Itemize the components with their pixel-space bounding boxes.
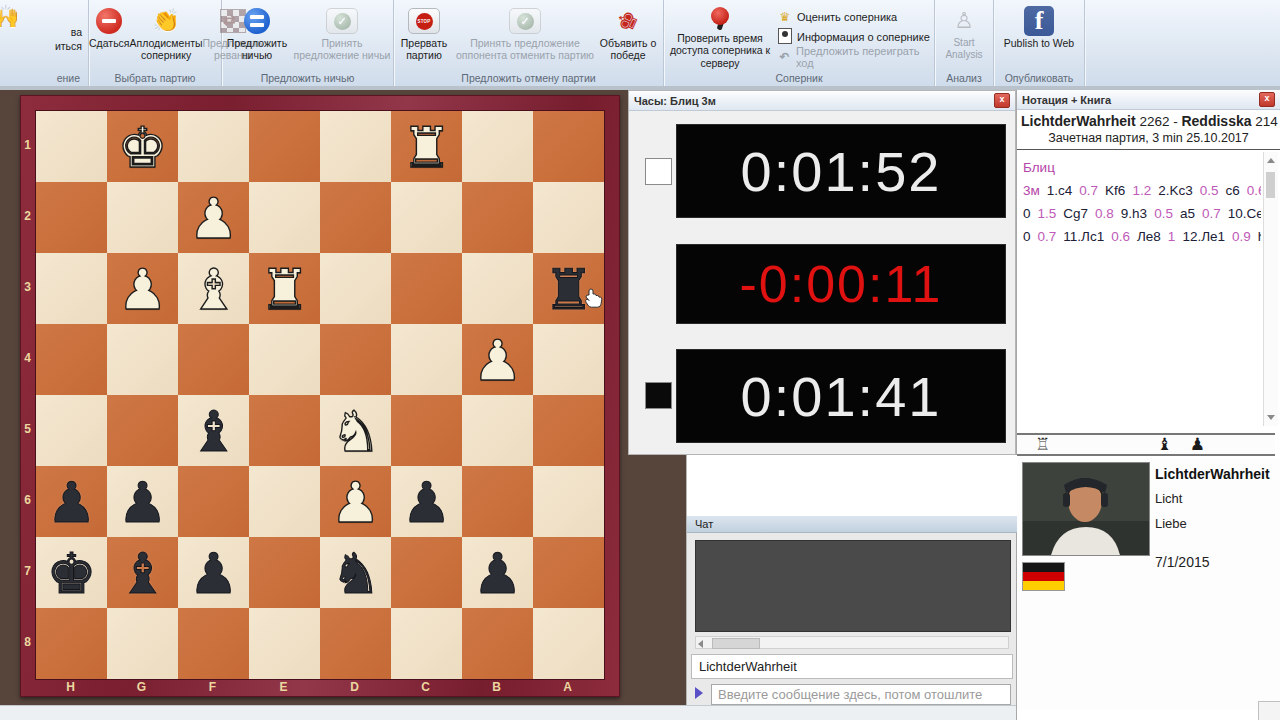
file-label-C: C	[390, 678, 461, 697]
clock-window-header: Часы: Блиц 3м x	[629, 91, 1015, 111]
undo-icon: ↶	[776, 50, 793, 64]
event-line: Зачетная партия, 3 min 25.10.2017	[1017, 129, 1280, 150]
player-last-name: Liebe	[1155, 516, 1187, 531]
square-d4[interactable]	[320, 324, 391, 395]
square-e6[interactable]	[249, 466, 320, 537]
move-time: 0.7	[1202, 206, 1221, 221]
ribbon-group-clipped: 🙌 ва иться ение	[0, 0, 89, 86]
move[interactable]: 9.h3	[1121, 206, 1147, 221]
check-opponent-time-button[interactable]: Проверить время доступа соперника к серв…	[664, 0, 776, 69]
move-time: 0.5	[1200, 183, 1219, 198]
ribbon-group-opponent: Проверить время доступа соперника к серв…	[664, 0, 935, 86]
square-c6[interactable]: ♟	[391, 466, 462, 537]
square-g6[interactable]: ♟	[107, 466, 178, 537]
accept-abort-icon: ✓	[509, 5, 541, 37]
rate-opponent-icon: ♛	[776, 10, 794, 24]
piece-bP-h6[interactable]: ♟	[36, 466, 107, 537]
replay-move-label: Предложить переиграть ход	[796, 45, 932, 69]
move-time: 0.9	[1232, 229, 1251, 244]
square-e8[interactable]	[249, 608, 320, 679]
clipped-label-1: ва	[71, 26, 82, 38]
square-d5[interactable]: ♞	[320, 395, 391, 466]
board-grid: ♚♜♟♟♝♜♜♟♝♞♟♟♟♟♚♝♟♞♟	[35, 110, 605, 680]
square-f5[interactable]: ♝	[178, 395, 249, 466]
square-b2[interactable]	[462, 182, 533, 253]
square-c5[interactable]	[391, 395, 462, 466]
group-label-publish: Опубликовать	[994, 72, 1084, 84]
square-c3[interactable]	[391, 253, 462, 324]
file-label-H: H	[35, 678, 106, 697]
rank-label-1: 1	[20, 110, 35, 181]
square-d6[interactable]: ♟	[320, 466, 391, 537]
square-c1[interactable]: ♜	[391, 111, 462, 182]
square-b4[interactable]: ♟	[462, 324, 533, 395]
square-e3[interactable]: ♜	[249, 253, 320, 324]
square-d7[interactable]: ♞	[320, 537, 391, 608]
notation-close-button[interactable]: x	[1259, 92, 1275, 107]
black-player-name: Reddisska	[1181, 113, 1251, 129]
player-first-name: Licht	[1155, 491, 1182, 506]
square-d2[interactable]	[320, 182, 391, 253]
square-a2[interactable]	[533, 182, 604, 253]
player-handle: LichtderWahrheit	[1155, 466, 1270, 482]
claim-win-icon: ♚	[617, 5, 639, 37]
square-a7[interactable]	[533, 537, 604, 608]
ribbon-group-select-game: Сдаться 👏 Аплодисменты сопернику ⇄ Предл…	[89, 0, 222, 86]
offer-draw-label: Предложить ничью	[222, 37, 292, 62]
white-side-indicator	[645, 158, 672, 185]
playchess-window: 🙌 ва иться ение Сдаться 👏 Аплодисменты с…	[0, 0, 1280, 720]
germany-flag-icon	[1022, 562, 1065, 591]
rank-label-2: 2	[20, 181, 35, 252]
move-time: 0.8	[1095, 206, 1114, 221]
file-label-B: B	[461, 678, 532, 697]
scroll-up-icon[interactable]	[1267, 158, 1275, 163]
black-player-rating: 214	[1255, 114, 1278, 129]
applaud-label: Аплодисменты сопернику	[130, 37, 203, 62]
rate-opponent-item[interactable]: ♛ Оценить соперника	[776, 7, 932, 27]
applaud-button[interactable]: 👏 Аплодисменты сопернику	[130, 0, 203, 69]
piece-bP-g6[interactable]: ♟	[107, 466, 178, 537]
ribbon-group-draw: Предложить ничью ✓ Принять предложение н…	[222, 0, 394, 86]
square-h8[interactable]	[36, 608, 107, 679]
rank-label-8: 8	[20, 607, 35, 678]
square-c8[interactable]	[391, 608, 462, 679]
move[interactable]: Cg7	[1063, 206, 1088, 221]
move[interactable]: c6	[1225, 183, 1239, 198]
rank-label-4: 4	[20, 323, 35, 394]
clock-close-button[interactable]: x	[994, 93, 1010, 108]
square-e2[interactable]	[249, 182, 320, 253]
piece-wP-d6[interactable]: ♟	[320, 466, 391, 537]
file-label-D: D	[319, 678, 390, 697]
ribbon-toolbar: 🙌 ва иться ение Сдаться 👏 Аплодисменты с…	[0, 0, 1280, 86]
move[interactable]: 10.Ce3	[1228, 206, 1261, 221]
square-h5[interactable]	[36, 395, 107, 466]
scroll-left-icon[interactable]	[698, 640, 703, 648]
move-time: 0.6	[1247, 183, 1261, 198]
square-f6[interactable]	[178, 466, 249, 537]
offer-draw-button[interactable]: Предложить ничью	[222, 0, 292, 69]
ribbon-group-abort: STOP Прервать партию ✓ Принять предложен…	[394, 0, 664, 86]
square-h1[interactable]	[36, 111, 107, 182]
square-d8[interactable]	[320, 608, 391, 679]
square-b1[interactable]	[462, 111, 533, 182]
square-e7[interactable]	[249, 537, 320, 608]
file-label-F: F	[177, 678, 248, 697]
cursor-hand-icon	[580, 285, 606, 311]
stop-icon: STOP	[408, 5, 440, 37]
interrupt-game-label: Прервать партию	[394, 37, 454, 62]
notation-panel-header: Нотация + Книга x	[1017, 90, 1280, 110]
black-side-indicator	[645, 382, 672, 409]
piece-bK-h7[interactable]: ♚	[36, 537, 107, 608]
piece-bP-c6[interactable]: ♟	[391, 466, 462, 537]
square-g8[interactable]	[107, 608, 178, 679]
square-f2[interactable]: ♟	[178, 182, 249, 253]
square-g5[interactable]	[107, 395, 178, 466]
move-time: 0.7	[1079, 183, 1098, 198]
piece-wP-g3[interactable]: ♟	[107, 253, 178, 324]
hscroll-thumb[interactable]	[712, 638, 760, 649]
board-panel: 12345678 ♚♜♟♟♝♜♜♟♝♞♟♟♟♟♚♝♟♞♟ HGFEDCBA	[0, 90, 686, 705]
square-h6[interactable]: ♟	[36, 466, 107, 537]
accept-draw-icon: ✓	[326, 5, 358, 37]
chat-history-area	[687, 455, 1017, 517]
replay-move-item: ↶ Предложить переиграть ход	[776, 47, 932, 67]
material-balance-bar: ♖ ♝ ♟	[1017, 433, 1275, 456]
square-e4[interactable]	[249, 324, 320, 395]
square-f7[interactable]: ♟	[178, 537, 249, 608]
move[interactable]: 1.c4	[1047, 183, 1073, 198]
applaud-icon: 👏	[152, 5, 179, 37]
group-label-connection: ение	[0, 72, 88, 84]
chat-recipient-field[interactable]: LichtderWahrheit	[691, 654, 1013, 679]
square-d1[interactable]	[320, 111, 391, 182]
accept-draw-label: Принять предложение ничьи	[292, 37, 392, 62]
notation-panel: Нотация + Книга x LichtderWahrheit 2262 …	[1016, 90, 1280, 720]
piece-wP-f2[interactable]: ♟	[178, 182, 249, 253]
rank-label-5: 5	[20, 394, 35, 465]
facebook-icon: f	[1024, 5, 1054, 37]
window-bottom-strip	[0, 705, 1016, 720]
move-time: 1	[1168, 229, 1176, 244]
analysis-icon: ♙	[954, 5, 974, 37]
claim-win-button[interactable]: ♚ Объявить о победе	[596, 0, 660, 69]
black-material-icons: ♝ ♟	[1157, 434, 1211, 454]
white-material-icons: ♖	[1035, 434, 1050, 454]
publish-to-web-button[interactable]: f Publish to Web	[994, 0, 1084, 69]
square-b7[interactable]: ♟	[462, 537, 533, 608]
move-time: 0.6	[1111, 229, 1130, 244]
send-arrow-icon[interactable]	[695, 687, 703, 699]
square-h3[interactable]	[36, 253, 107, 324]
piece-wB-f3[interactable]: ♝	[178, 253, 249, 324]
black-clock: 0:01:41	[676, 349, 1006, 443]
resign-button[interactable]: Сдаться	[89, 0, 130, 69]
piece-wK-g1[interactable]: ♚	[107, 111, 178, 182]
rank-labels: 12345678	[20, 110, 35, 678]
file-label-A: A	[532, 678, 603, 697]
move-list: Блиц 3м1.c40.7Kf61.22.Kc30.5c60.63.d41d6…	[1017, 152, 1261, 426]
square-a5[interactable]	[533, 395, 604, 466]
board-frame: 12345678 ♚♜♟♟♝♜♜♟♝♞♟♟♟♟♚♝♟♞♟ HGFEDCBA	[20, 95, 620, 697]
piece-bP-f7[interactable]: ♟	[178, 537, 249, 608]
piece-wN-d5[interactable]: ♞	[320, 395, 391, 466]
group-label-abort: Предложить отмену партии	[394, 72, 663, 84]
square-e5[interactable]	[249, 395, 320, 466]
move[interactable]: a5	[1180, 206, 1195, 221]
square-h4[interactable]	[36, 324, 107, 395]
file-label-E: E	[248, 678, 319, 697]
rank-label-7: 7	[20, 536, 35, 607]
chat-hscrollbar[interactable]	[695, 636, 1009, 649]
square-c2[interactable]	[391, 182, 462, 253]
notation-panel-title: Нотация + Книга	[1022, 94, 1111, 106]
accept-abort-label: Принять предложение оппонента отменить п…	[454, 37, 596, 62]
square-b5[interactable]	[462, 395, 533, 466]
title-separator: -	[1173, 114, 1178, 129]
file-labels: HGFEDCBA	[35, 678, 603, 697]
move[interactable]: Ле8	[1137, 229, 1161, 244]
scroll-thumb[interactable]	[1266, 172, 1275, 198]
piece-wR-c1[interactable]: ♜	[391, 111, 462, 182]
square-g3[interactable]: ♟	[107, 253, 178, 324]
square-f4[interactable]	[178, 324, 249, 395]
start-analysis-button: ♙ Start Analysis	[935, 0, 993, 69]
square-c7[interactable]	[391, 537, 462, 608]
start-analysis-label: Start Analysis	[935, 37, 993, 61]
file-label-G: G	[106, 678, 177, 697]
white-clock: 0:01:52	[676, 124, 1006, 218]
ribbon-group-publish: f Publish to Web Опубликовать	[994, 0, 1085, 86]
square-a4[interactable]	[533, 324, 604, 395]
resign-label: Сдаться	[89, 37, 130, 49]
piece-wP-b4[interactable]: ♟	[462, 324, 533, 395]
square-a1[interactable]	[533, 111, 604, 182]
clock-window: Часы: Блиц 3м x 0:01:52 -0:00:11 0:01:41	[628, 90, 1016, 455]
piece-bN-d7[interactable]: ♞	[320, 537, 391, 608]
accept-draw-button: ✓ Принять предложение ничьи	[292, 0, 392, 69]
publish-to-web-label: Publish to Web	[1004, 37, 1074, 49]
opponent-info-icon	[776, 28, 794, 47]
move-time: 1.2	[1132, 183, 1151, 198]
notation-scrollbar[interactable]	[1263, 152, 1278, 426]
scroll-down-icon[interactable]	[1267, 415, 1275, 420]
square-f8[interactable]	[178, 608, 249, 679]
white-player-name: LichtderWahrheit	[1021, 113, 1136, 129]
move[interactable]: 11.Лc1	[1063, 229, 1104, 244]
chat-panel: Чат LichtderWahrheit Введите сообщение з…	[686, 455, 1016, 705]
square-c4[interactable]	[391, 324, 462, 395]
delta-clock: -0:00:11	[676, 244, 1006, 324]
square-g2[interactable]	[107, 182, 178, 253]
square-a8[interactable]	[533, 608, 604, 679]
applause-icon: 🙌	[0, 4, 19, 30]
piece-bP-b7[interactable]: ♟	[462, 537, 533, 608]
group-label-analysis: Анализ	[935, 72, 993, 84]
square-f1[interactable]	[178, 111, 249, 182]
player-card: LichtderWahrheit Licht Liebe 7/1/2015	[1017, 458, 1280, 710]
group-label-select-game: Выбрать партию	[89, 72, 221, 84]
group-label-opponent: Соперник	[664, 72, 934, 84]
white-player-rating: 2262	[1139, 114, 1169, 129]
chat-input-row: Введите сообщение здесь, потом отошлите	[691, 684, 1013, 705]
square-b6[interactable]	[462, 466, 533, 537]
square-g4[interactable]	[107, 324, 178, 395]
move[interactable]: Kf6	[1105, 183, 1125, 198]
move-time: 0.7	[1038, 229, 1057, 244]
square-f3[interactable]: ♝	[178, 253, 249, 324]
accept-abort-button: ✓ Принять предложение оппонента отменить…	[454, 0, 596, 69]
game-title: LichtderWahrheit 2262 - Reddisska 214	[1017, 110, 1280, 129]
square-e1[interactable]	[249, 111, 320, 182]
move-time: 0.5	[1154, 206, 1173, 221]
move-time: 1.5	[1038, 206, 1057, 221]
piece-bB-g7[interactable]: ♝	[107, 537, 178, 608]
rate-opponent-label: Оценить соперника	[797, 11, 897, 23]
square-b3[interactable]	[462, 253, 533, 324]
square-a6[interactable]	[533, 466, 604, 537]
claim-win-label: Объявить о победе	[596, 37, 660, 62]
square-g1[interactable]: ♚	[107, 111, 178, 182]
chat-video-box	[695, 540, 1011, 632]
move[interactable]: h6	[1258, 229, 1261, 244]
square-d3[interactable]	[320, 253, 391, 324]
piece-bB-f5[interactable]: ♝	[178, 395, 249, 466]
square-h7[interactable]: ♚	[36, 537, 107, 608]
member-date: 7/1/2015	[1155, 554, 1210, 570]
group-label-draw: Предложить ничью	[222, 72, 393, 84]
draw-icon	[244, 5, 270, 37]
webcam-photo	[1022, 462, 1150, 556]
opponent-info-label: Информация о сопернике	[797, 31, 930, 43]
interrupt-game-button[interactable]: STOP Прервать партию	[394, 0, 454, 69]
square-b8[interactable]	[462, 608, 533, 679]
chat-header: Чат	[687, 516, 1017, 533]
square-h2[interactable]	[36, 182, 107, 253]
resign-icon	[96, 5, 122, 37]
rank-label-3: 3	[20, 252, 35, 323]
ribbon-group-analysis: ♙ Start Analysis Анализ	[935, 0, 994, 86]
chat-message-input[interactable]: Введите сообщение здесь, потом отошлите	[711, 684, 1011, 705]
square-g7[interactable]: ♝	[107, 537, 178, 608]
rank-label-6: 6	[20, 465, 35, 536]
opponent-info-item[interactable]: Информация о сопернике	[776, 27, 932, 47]
check-opponent-time-label: Проверить время доступа соперника к серв…	[664, 32, 776, 69]
clipped-label-2: иться	[55, 40, 82, 52]
paddle-icon	[709, 5, 731, 32]
clock-window-title: Часы: Блиц 3м	[634, 95, 716, 107]
move[interactable]: 2.Kc3	[1158, 183, 1193, 198]
move[interactable]: 12.Ле1	[1182, 229, 1225, 244]
piece-wR-e3[interactable]: ♜	[249, 253, 320, 324]
resize-grip[interactable]	[1258, 701, 1280, 720]
